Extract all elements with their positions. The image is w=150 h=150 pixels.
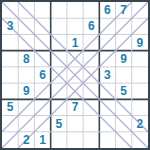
cell-r1c7[interactable]: 6	[99, 2, 115, 18]
cell-r2c1[interactable]: 3	[2, 18, 18, 34]
cell-r5c9[interactable]	[132, 67, 148, 83]
cell-r9c3[interactable]: 1	[34, 132, 50, 148]
cell-r2c4[interactable]	[51, 18, 67, 34]
cell-r7c1[interactable]: 5	[2, 99, 18, 115]
cell-r4c6[interactable]	[83, 51, 99, 67]
cell-r7c5[interactable]: 7	[67, 99, 83, 115]
cell-r3c7[interactable]	[99, 34, 115, 50]
cell-r1c9[interactable]	[132, 2, 148, 18]
cell-r3c9[interactable]: 9	[132, 34, 148, 50]
cell-r7c7[interactable]	[99, 99, 115, 115]
cell-r5c3[interactable]: 6	[34, 67, 50, 83]
cell-r9c8[interactable]	[116, 132, 132, 148]
cell-r6c2[interactable]: 9	[18, 83, 34, 99]
cell-r6c4[interactable]	[51, 83, 67, 99]
cell-r5c5[interactable]	[67, 67, 83, 83]
cell-r9c2[interactable]: 2	[18, 132, 34, 148]
cell-r9c5[interactable]	[67, 132, 83, 148]
cell-r9c7[interactable]	[99, 132, 115, 148]
cell-r8c3[interactable]	[34, 116, 50, 132]
cell-r7c8[interactable]	[116, 99, 132, 115]
cell-r1c6[interactable]	[83, 2, 99, 18]
cell-r4c3[interactable]	[34, 51, 50, 67]
cell-r3c2[interactable]	[18, 34, 34, 50]
cell-r9c4[interactable]	[51, 132, 67, 148]
cell-r2c5[interactable]	[67, 18, 83, 34]
cell-r4c7[interactable]	[99, 51, 115, 67]
cell-r8c6[interactable]	[83, 116, 99, 132]
cell-r1c5[interactable]	[67, 2, 83, 18]
cell-r7c3[interactable]	[34, 99, 50, 115]
cell-r7c2[interactable]	[18, 99, 34, 115]
cell-r6c7[interactable]	[99, 83, 115, 99]
cell-r1c8[interactable]: 7	[116, 2, 132, 18]
cell-r5c6[interactable]	[83, 67, 99, 83]
cell-r4c2[interactable]: 8	[18, 51, 34, 67]
cell-r6c3[interactable]	[34, 83, 50, 99]
cell-r9c9[interactable]	[132, 132, 148, 148]
cell-r8c1[interactable]	[2, 116, 18, 132]
cell-r8c7[interactable]	[99, 116, 115, 132]
cell-r6c5[interactable]	[67, 83, 83, 99]
cell-r3c5[interactable]: 1	[67, 34, 83, 50]
cell-r2c2[interactable]	[18, 18, 34, 34]
sudoku-board: 673619896395575221	[0, 0, 150, 150]
cell-r7c6[interactable]	[83, 99, 99, 115]
cell-r7c9[interactable]	[132, 99, 148, 115]
cell-r6c8[interactable]: 5	[116, 83, 132, 99]
sudoku-cells-grid: 673619896395575221	[2, 2, 148, 148]
cell-r4c8[interactable]: 9	[116, 51, 132, 67]
cell-r8c4[interactable]: 5	[51, 116, 67, 132]
cell-r6c6[interactable]	[83, 83, 99, 99]
cell-r1c3[interactable]	[34, 2, 50, 18]
cell-r8c2[interactable]	[18, 116, 34, 132]
cell-r3c4[interactable]	[51, 34, 67, 50]
cell-r7c4[interactable]	[51, 99, 67, 115]
cell-r2c6[interactable]: 6	[83, 18, 99, 34]
cell-r5c2[interactable]	[18, 67, 34, 83]
cell-r5c8[interactable]	[116, 67, 132, 83]
cell-r2c9[interactable]	[132, 18, 148, 34]
cell-r5c1[interactable]	[2, 67, 18, 83]
cell-r3c6[interactable]	[83, 34, 99, 50]
cell-r8c8[interactable]	[116, 116, 132, 132]
cell-r3c8[interactable]	[116, 34, 132, 50]
cell-r4c5[interactable]	[67, 51, 83, 67]
cell-r4c4[interactable]	[51, 51, 67, 67]
cell-r2c3[interactable]	[34, 18, 50, 34]
cell-r2c8[interactable]	[116, 18, 132, 34]
cell-r5c7[interactable]: 3	[99, 67, 115, 83]
cell-r6c1[interactable]	[2, 83, 18, 99]
cell-r8c5[interactable]	[67, 116, 83, 132]
cell-r3c1[interactable]	[2, 34, 18, 50]
cell-r9c6[interactable]	[83, 132, 99, 148]
cell-r1c2[interactable]	[18, 2, 34, 18]
cell-r1c1[interactable]	[2, 2, 18, 18]
cell-r5c4[interactable]	[51, 67, 67, 83]
cell-r6c9[interactable]	[132, 83, 148, 99]
cell-r8c9[interactable]: 2	[132, 116, 148, 132]
cell-r4c1[interactable]	[2, 51, 18, 67]
cell-r9c1[interactable]	[2, 132, 18, 148]
cell-r3c3[interactable]	[34, 34, 50, 50]
cell-r1c4[interactable]	[51, 2, 67, 18]
cell-r4c9[interactable]	[132, 51, 148, 67]
cell-r2c7[interactable]	[99, 18, 115, 34]
